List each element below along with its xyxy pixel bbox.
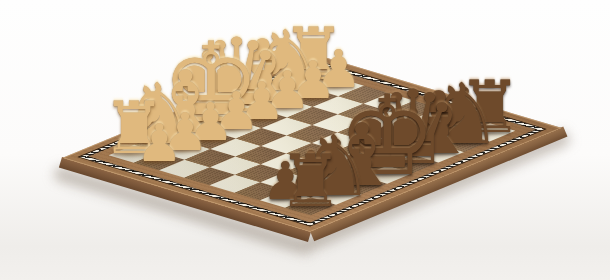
piece-black-rook-h8: ♜ — [275, 145, 347, 217]
photo-backdrop: ♜♟♞♟♝♟♛♟♚♟♟♜♝♟♟♞♞♟♟♝♜♟♟♛♟♚♟♝♟♞♟♜ — [0, 0, 610, 280]
piece-white-pawn-h2: ♟ — [133, 117, 185, 169]
pieces-layer: ♜♟♞♟♝♟♛♟♚♟♟♜♝♟♟♞♞♟♟♝♜♟♟♛♟♚♟♝♟♞♟♜ — [0, 0, 610, 280]
